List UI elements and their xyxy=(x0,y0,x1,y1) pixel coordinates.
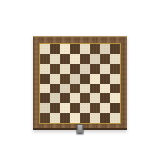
square-g2 xyxy=(100,103,110,113)
square-f4 xyxy=(90,84,100,94)
square-b5 xyxy=(50,74,60,84)
square-h6 xyxy=(110,64,120,74)
square-f5 xyxy=(90,74,100,84)
square-g6 xyxy=(100,64,110,74)
square-e4 xyxy=(80,84,90,94)
square-a5 xyxy=(40,74,50,84)
square-f1 xyxy=(90,113,100,123)
square-e7 xyxy=(80,54,90,64)
square-f2 xyxy=(90,103,100,113)
square-c8 xyxy=(60,44,70,54)
chess-box-frame xyxy=(33,36,127,130)
square-d2 xyxy=(70,103,80,113)
square-g7 xyxy=(100,54,110,64)
square-e8 xyxy=(80,44,90,54)
square-f6 xyxy=(90,64,100,74)
square-f8 xyxy=(90,44,100,54)
square-a7 xyxy=(40,54,50,64)
chess-board xyxy=(40,44,120,123)
square-h1 xyxy=(110,113,120,123)
square-c5 xyxy=(60,74,70,84)
square-b6 xyxy=(50,64,60,74)
square-c1 xyxy=(60,113,70,123)
square-h7 xyxy=(110,54,120,64)
square-a6 xyxy=(40,64,50,74)
square-a1 xyxy=(40,113,50,123)
square-d3 xyxy=(70,93,80,103)
square-e6 xyxy=(80,64,90,74)
square-h4 xyxy=(110,84,120,94)
board-gold-inlay-border xyxy=(39,43,121,124)
square-a3 xyxy=(40,93,50,103)
square-d6 xyxy=(70,64,80,74)
square-g4 xyxy=(100,84,110,94)
square-e5 xyxy=(80,74,90,84)
square-a4 xyxy=(40,84,50,94)
square-c7 xyxy=(60,54,70,64)
square-d1 xyxy=(70,113,80,123)
square-g3 xyxy=(100,93,110,103)
square-d4 xyxy=(70,84,80,94)
square-c2 xyxy=(60,103,70,113)
square-a8 xyxy=(40,44,50,54)
square-c4 xyxy=(60,84,70,94)
box-clasp xyxy=(77,124,84,134)
square-g8 xyxy=(100,44,110,54)
square-h3 xyxy=(110,93,120,103)
square-h2 xyxy=(110,103,120,113)
square-e2 xyxy=(80,103,90,113)
square-f7 xyxy=(90,54,100,64)
square-e1 xyxy=(80,113,90,123)
square-d7 xyxy=(70,54,80,64)
square-c3 xyxy=(60,93,70,103)
square-b4 xyxy=(50,84,60,94)
square-b8 xyxy=(50,44,60,54)
square-b7 xyxy=(50,54,60,64)
photo-background xyxy=(0,0,160,160)
square-b2 xyxy=(50,103,60,113)
square-b3 xyxy=(50,93,60,103)
square-d5 xyxy=(70,74,80,84)
square-a2 xyxy=(40,103,50,113)
square-g5 xyxy=(100,74,110,84)
square-h8 xyxy=(110,44,120,54)
square-e3 xyxy=(80,93,90,103)
square-b1 xyxy=(50,113,60,123)
square-f3 xyxy=(90,93,100,103)
square-h5 xyxy=(110,74,120,84)
square-d8 xyxy=(70,44,80,54)
square-g1 xyxy=(100,113,110,123)
square-c6 xyxy=(60,64,70,74)
